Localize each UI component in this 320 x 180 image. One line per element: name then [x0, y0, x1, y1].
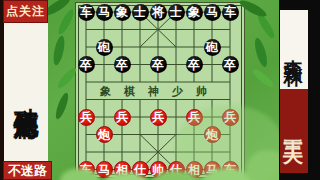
- follow-banner-top: 点关注: [3, 0, 48, 23]
- piece-red-soldier-2[interactable]: 兵: [114, 109, 131, 126]
- piece-black-cannon-left[interactable]: 砲: [96, 39, 113, 56]
- player-name-bottom: 王天一: [280, 89, 308, 173]
- piece-black-cannon-right[interactable]: 砲: [204, 39, 221, 56]
- bamboo-leaf: [51, 35, 66, 66]
- piece-black-elephant-left[interactable]: 象: [114, 4, 131, 21]
- piece-black-soldier-3[interactable]: 卒: [150, 56, 167, 73]
- player-name-top: 李翰林: [280, 10, 308, 89]
- piece-black-soldier-2[interactable]: 卒: [114, 56, 131, 73]
- piece-black-soldier-5[interactable]: 卒: [222, 56, 239, 73]
- thumbnail-canvas: 象棋神少帅 车马象士将士象马车砲砲卒卒卒卒卒兵兵兵兵兵炮炮车马相仕帅仕相马车 点…: [0, 0, 320, 180]
- bamboo-leaf: [53, 91, 70, 120]
- piece-black-horse-right[interactable]: 马: [204, 4, 221, 21]
- piece-red-cannon-left[interactable]: 炮: [96, 126, 113, 143]
- piece-black-chariot-left[interactable]: 车: [78, 4, 95, 21]
- bamboo-leaf: [255, 12, 277, 40]
- bamboo-leaf: [250, 67, 275, 90]
- piece-black-advisor-left[interactable]: 士: [132, 4, 149, 21]
- piece-black-chariot-right[interactable]: 车: [222, 4, 239, 21]
- piece-black-elephant-right[interactable]: 象: [186, 4, 203, 21]
- piece-black-soldier-4[interactable]: 卒: [186, 56, 203, 73]
- bamboo-leaf: [253, 37, 270, 68]
- follow-banner-bottom: 不迷路: [3, 161, 52, 180]
- piece-red-soldier-3[interactable]: 兵: [150, 109, 167, 126]
- piece-black-advisor-right[interactable]: 士: [168, 4, 185, 21]
- bamboo-leaf: [56, 8, 76, 36]
- piece-black-general[interactable]: 将: [150, 4, 167, 21]
- episode-title: 破卒底炮篇: [4, 23, 48, 161]
- piece-black-soldier-1[interactable]: 卒: [78, 56, 95, 73]
- piece-red-soldier-1[interactable]: 兵: [78, 109, 95, 126]
- piece-black-horse-left[interactable]: 马: [96, 4, 113, 21]
